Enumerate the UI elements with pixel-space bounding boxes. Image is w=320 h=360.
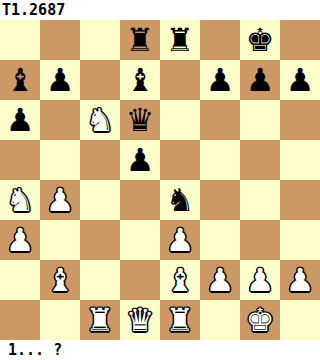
square-h3[interactable] (280, 220, 320, 260)
piece-white-rook: ♜ (86, 300, 115, 340)
piece-black-king: ♚ (246, 20, 275, 60)
square-e5[interactable] (160, 140, 200, 180)
piece-black-pawn: ♟ (126, 140, 155, 180)
square-f3[interactable] (200, 220, 240, 260)
square-f2[interactable]: ♟ (200, 260, 240, 300)
piece-black-knight: ♞ (166, 180, 195, 220)
square-a3[interactable]: ♟ (0, 220, 40, 260)
square-b4[interactable]: ♟ (40, 180, 80, 220)
piece-black-pawn: ♟ (246, 60, 275, 100)
piece-white-pawn: ♟ (166, 220, 195, 260)
piece-black-bishop: ♝ (126, 60, 155, 100)
square-b7[interactable]: ♟ (40, 60, 80, 100)
square-b5[interactable] (40, 140, 80, 180)
square-b3[interactable] (40, 220, 80, 260)
square-g4[interactable] (240, 180, 280, 220)
piece-black-pawn: ♟ (286, 60, 315, 100)
square-a4[interactable]: ♞ (0, 180, 40, 220)
square-h8[interactable] (280, 20, 320, 60)
move-prompt: 1... ? (0, 340, 320, 360)
square-h7[interactable]: ♟ (280, 60, 320, 100)
piece-black-bishop: ♝ (6, 60, 35, 100)
square-f6[interactable] (200, 100, 240, 140)
square-b1[interactable] (40, 300, 80, 340)
square-d2[interactable] (120, 260, 160, 300)
square-d5[interactable]: ♟ (120, 140, 160, 180)
square-d4[interactable] (120, 180, 160, 220)
square-b6[interactable] (40, 100, 80, 140)
square-e1[interactable]: ♜ (160, 300, 200, 340)
square-a8[interactable] (0, 20, 40, 60)
piece-white-king: ♚ (246, 300, 275, 340)
square-a5[interactable] (0, 140, 40, 180)
square-c6[interactable]: ♞ (80, 100, 120, 140)
piece-black-pawn: ♟ (6, 100, 35, 140)
square-f8[interactable] (200, 20, 240, 60)
square-c2[interactable] (80, 260, 120, 300)
square-b8[interactable] (40, 20, 80, 60)
square-d3[interactable] (120, 220, 160, 260)
square-c8[interactable] (80, 20, 120, 60)
square-c7[interactable] (80, 60, 120, 100)
piece-white-pawn: ♟ (206, 260, 235, 300)
piece-white-pawn: ♟ (246, 260, 275, 300)
square-a2[interactable] (0, 260, 40, 300)
piece-white-bishop: ♝ (166, 260, 195, 300)
square-e2[interactable]: ♝ (160, 260, 200, 300)
square-g3[interactable] (240, 220, 280, 260)
chess-board: ♜♜♚♝♟♝♟♟♟♟♞♛♟♞♟♞♟♟♝♝♟♟♟♜♛♜♚ (0, 20, 320, 340)
square-h2[interactable]: ♟ (280, 260, 320, 300)
square-g2[interactable]: ♟ (240, 260, 280, 300)
square-f1[interactable] (200, 300, 240, 340)
square-f7[interactable]: ♟ (200, 60, 240, 100)
square-d8[interactable]: ♜ (120, 20, 160, 60)
piece-white-knight: ♞ (6, 180, 35, 220)
square-e6[interactable] (160, 100, 200, 140)
piece-white-knight: ♞ (86, 100, 115, 140)
square-e3[interactable]: ♟ (160, 220, 200, 260)
piece-white-pawn: ♟ (46, 180, 75, 220)
puzzle-id: T1.2687 (0, 0, 320, 20)
square-g1[interactable]: ♚ (240, 300, 280, 340)
square-h6[interactable] (280, 100, 320, 140)
square-e7[interactable] (160, 60, 200, 100)
square-d1[interactable]: ♛ (120, 300, 160, 340)
square-f5[interactable] (200, 140, 240, 180)
square-g6[interactable] (240, 100, 280, 140)
square-g5[interactable] (240, 140, 280, 180)
square-h4[interactable] (280, 180, 320, 220)
piece-black-rook: ♜ (126, 20, 155, 60)
square-h5[interactable] (280, 140, 320, 180)
square-c1[interactable]: ♜ (80, 300, 120, 340)
piece-white-pawn: ♟ (286, 260, 315, 300)
square-b2[interactable]: ♝ (40, 260, 80, 300)
piece-black-pawn: ♟ (206, 60, 235, 100)
piece-white-queen: ♛ (126, 300, 155, 340)
piece-white-rook: ♜ (166, 300, 195, 340)
piece-black-rook: ♜ (166, 20, 195, 60)
square-a7[interactable]: ♝ (0, 60, 40, 100)
square-c4[interactable] (80, 180, 120, 220)
piece-white-pawn: ♟ (6, 220, 35, 260)
square-c3[interactable] (80, 220, 120, 260)
square-a6[interactable]: ♟ (0, 100, 40, 140)
piece-white-bishop: ♝ (46, 260, 75, 300)
square-g7[interactable]: ♟ (240, 60, 280, 100)
square-d7[interactable]: ♝ (120, 60, 160, 100)
square-c5[interactable] (80, 140, 120, 180)
piece-black-queen: ♛ (126, 100, 155, 140)
piece-black-pawn: ♟ (46, 60, 75, 100)
square-a1[interactable] (0, 300, 40, 340)
square-e4[interactable]: ♞ (160, 180, 200, 220)
square-e8[interactable]: ♜ (160, 20, 200, 60)
square-g8[interactable]: ♚ (240, 20, 280, 60)
square-f4[interactable] (200, 180, 240, 220)
square-d6[interactable]: ♛ (120, 100, 160, 140)
square-h1[interactable] (280, 300, 320, 340)
